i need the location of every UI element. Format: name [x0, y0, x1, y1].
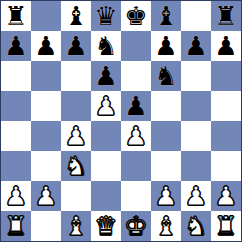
white-pawn-icon: ♟ [154, 181, 177, 211]
square-e5[interactable]: ♟ [121, 91, 151, 121]
black-pawn-icon: ♟ [64, 31, 87, 61]
black-bishop-icon: ♝ [64, 1, 87, 31]
black-pawn-icon: ♟ [184, 31, 207, 61]
square-a7[interactable]: ♟ [1, 31, 31, 61]
square-f5[interactable] [151, 91, 181, 121]
black-queen-icon: ♛ [94, 1, 117, 31]
square-d6[interactable]: ♟ [91, 61, 121, 91]
square-e6[interactable] [121, 61, 151, 91]
square-g8[interactable] [181, 1, 211, 31]
square-d5[interactable]: ♟ [91, 91, 121, 121]
white-pawn-icon: ♟ [34, 181, 57, 211]
square-g2[interactable]: ♟ [181, 181, 211, 211]
black-pawn-icon: ♟ [124, 91, 147, 121]
square-b1[interactable] [31, 211, 61, 241]
white-pawn-icon: ♟ [214, 181, 237, 211]
square-h6[interactable] [211, 61, 241, 91]
square-a3[interactable] [1, 151, 31, 181]
square-c7[interactable]: ♟ [61, 31, 91, 61]
square-h4[interactable] [211, 121, 241, 151]
black-knight-icon: ♞ [154, 61, 177, 91]
white-pawn-icon: ♟ [124, 121, 147, 151]
square-e4[interactable]: ♟ [121, 121, 151, 151]
black-king-icon: ♚ [124, 1, 147, 31]
black-pawn-icon: ♟ [4, 31, 27, 61]
square-a8[interactable]: ♜ [1, 1, 31, 31]
square-h1[interactable]: ♜ [211, 211, 241, 241]
square-c3[interactable]: ♞ [61, 151, 91, 181]
square-b3[interactable] [31, 151, 61, 181]
chess-board: ♜♝♛♚♝♜♟♟♟♞♟♟♟♟♞♟♟♟♟♞♟♟♟♟♟♜♝♛♚♝♞♜ [0, 0, 242, 242]
square-b2[interactable]: ♟ [31, 181, 61, 211]
square-a1[interactable]: ♜ [1, 211, 31, 241]
square-f6[interactable]: ♞ [151, 61, 181, 91]
white-rook-icon: ♜ [4, 211, 27, 241]
square-d8[interactable]: ♛ [91, 1, 121, 31]
square-e7[interactable] [121, 31, 151, 61]
square-f3[interactable] [151, 151, 181, 181]
white-pawn-icon: ♟ [184, 181, 207, 211]
square-h3[interactable] [211, 151, 241, 181]
square-f7[interactable]: ♟ [151, 31, 181, 61]
white-rook-icon: ♜ [214, 211, 237, 241]
square-b7[interactable]: ♟ [31, 31, 61, 61]
square-a5[interactable] [1, 91, 31, 121]
black-rook-icon: ♜ [4, 1, 27, 31]
white-knight-icon: ♞ [184, 211, 207, 241]
white-pawn-icon: ♟ [64, 121, 87, 151]
white-king-icon: ♚ [124, 211, 147, 241]
square-h5[interactable] [211, 91, 241, 121]
square-f8[interactable]: ♝ [151, 1, 181, 31]
square-d2[interactable] [91, 181, 121, 211]
square-e1[interactable]: ♚ [121, 211, 151, 241]
square-f2[interactable]: ♟ [151, 181, 181, 211]
square-b5[interactable] [31, 91, 61, 121]
square-d1[interactable]: ♛ [91, 211, 121, 241]
square-b6[interactable] [31, 61, 61, 91]
white-knight-icon: ♞ [64, 151, 87, 181]
square-b8[interactable] [31, 1, 61, 31]
black-pawn-icon: ♟ [154, 31, 177, 61]
black-knight-icon: ♞ [94, 31, 117, 61]
square-c8[interactable]: ♝ [61, 1, 91, 31]
square-g7[interactable]: ♟ [181, 31, 211, 61]
square-g5[interactable] [181, 91, 211, 121]
square-e3[interactable] [121, 151, 151, 181]
square-g3[interactable] [181, 151, 211, 181]
square-d3[interactable] [91, 151, 121, 181]
square-g1[interactable]: ♞ [181, 211, 211, 241]
white-pawn-icon: ♟ [4, 181, 27, 211]
black-pawn-icon: ♟ [34, 31, 57, 61]
square-f4[interactable] [151, 121, 181, 151]
square-f1[interactable]: ♝ [151, 211, 181, 241]
square-a2[interactable]: ♟ [1, 181, 31, 211]
square-h8[interactable]: ♜ [211, 1, 241, 31]
square-a6[interactable] [1, 61, 31, 91]
square-e2[interactable] [121, 181, 151, 211]
square-b4[interactable] [31, 121, 61, 151]
black-bishop-icon: ♝ [154, 1, 177, 31]
white-bishop-icon: ♝ [64, 211, 87, 241]
square-h7[interactable]: ♟ [211, 31, 241, 61]
black-pawn-icon: ♟ [94, 61, 117, 91]
square-c4[interactable]: ♟ [61, 121, 91, 151]
black-rook-icon: ♜ [214, 1, 237, 31]
black-pawn-icon: ♟ [214, 31, 237, 61]
square-g4[interactable] [181, 121, 211, 151]
square-c1[interactable]: ♝ [61, 211, 91, 241]
white-queen-icon: ♛ [94, 211, 117, 241]
square-h2[interactable]: ♟ [211, 181, 241, 211]
white-bishop-icon: ♝ [154, 211, 177, 241]
square-c2[interactable] [61, 181, 91, 211]
square-e8[interactable]: ♚ [121, 1, 151, 31]
square-c5[interactable] [61, 91, 91, 121]
square-d7[interactable]: ♞ [91, 31, 121, 61]
square-d4[interactable] [91, 121, 121, 151]
square-g6[interactable] [181, 61, 211, 91]
white-pawn-icon: ♟ [94, 91, 117, 121]
square-c6[interactable] [61, 61, 91, 91]
square-a4[interactable] [1, 121, 31, 151]
